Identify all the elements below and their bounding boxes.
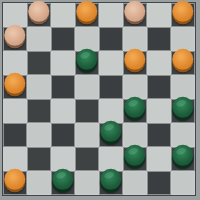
square-d7[interactable] <box>75 27 99 51</box>
square-d6[interactable] <box>75 51 99 75</box>
square-e6[interactable] <box>99 51 123 75</box>
green-checker-h4[interactable] <box>172 99 193 120</box>
square-g5[interactable] <box>147 75 171 99</box>
square-c1[interactable] <box>51 171 75 195</box>
square-c2[interactable] <box>51 147 75 171</box>
square-b5[interactable] <box>27 75 51 99</box>
square-d2[interactable] <box>75 147 99 171</box>
square-a8[interactable] <box>3 3 27 27</box>
square-a1[interactable] <box>3 171 27 195</box>
square-c4[interactable] <box>51 99 75 123</box>
square-g8[interactable] <box>147 3 171 27</box>
square-h3[interactable] <box>171 123 195 147</box>
square-f8[interactable] <box>123 3 147 27</box>
tan-checker-a7[interactable] <box>4 27 25 48</box>
orange-checker-f6[interactable] <box>124 51 145 72</box>
square-b6[interactable] <box>27 51 51 75</box>
square-g4[interactable] <box>147 99 171 123</box>
square-e3[interactable] <box>99 123 123 147</box>
square-f1[interactable] <box>123 171 147 195</box>
green-checker-f2[interactable] <box>124 147 145 168</box>
square-d3[interactable] <box>75 123 99 147</box>
square-b2[interactable] <box>27 147 51 171</box>
square-b1[interactable] <box>27 171 51 195</box>
square-g3[interactable] <box>147 123 171 147</box>
square-b3[interactable] <box>27 123 51 147</box>
square-f4[interactable] <box>123 99 147 123</box>
square-g1[interactable] <box>147 171 171 195</box>
square-b4[interactable] <box>27 99 51 123</box>
square-e1[interactable] <box>99 171 123 195</box>
square-f2[interactable] <box>123 147 147 171</box>
square-a6[interactable] <box>3 51 27 75</box>
tan-checker-b8[interactable] <box>28 3 49 24</box>
orange-checker-a1[interactable] <box>4 171 25 192</box>
square-f5[interactable] <box>123 75 147 99</box>
green-checker-e3[interactable] <box>100 123 121 144</box>
square-d5[interactable] <box>75 75 99 99</box>
orange-checker-h6[interactable] <box>172 51 193 72</box>
square-e5[interactable] <box>99 75 123 99</box>
orange-checker-a5[interactable] <box>4 75 25 96</box>
square-h5[interactable] <box>171 75 195 99</box>
square-d1[interactable] <box>75 171 99 195</box>
checkers-photo <box>0 0 200 200</box>
square-b8[interactable] <box>27 3 51 27</box>
square-e2[interactable] <box>99 147 123 171</box>
square-h7[interactable] <box>171 27 195 51</box>
square-c5[interactable] <box>51 75 75 99</box>
square-h1[interactable] <box>171 171 195 195</box>
green-checker-d6[interactable] <box>76 51 97 72</box>
square-b7[interactable] <box>27 27 51 51</box>
square-f6[interactable] <box>123 51 147 75</box>
square-e7[interactable] <box>99 27 123 51</box>
square-a7[interactable] <box>3 27 27 51</box>
green-checker-h2[interactable] <box>172 147 193 168</box>
tan-checker-f8[interactable] <box>124 3 145 24</box>
square-h2[interactable] <box>171 147 195 171</box>
square-a3[interactable] <box>3 123 27 147</box>
orange-checker-h8[interactable] <box>172 3 193 24</box>
green-checker-c1[interactable] <box>52 171 73 192</box>
green-checker-e1[interactable] <box>100 171 121 192</box>
square-c6[interactable] <box>51 51 75 75</box>
square-h4[interactable] <box>171 99 195 123</box>
square-c3[interactable] <box>51 123 75 147</box>
square-g7[interactable] <box>147 27 171 51</box>
checkers-board <box>2 2 196 196</box>
square-d4[interactable] <box>75 99 99 123</box>
orange-checker-d8[interactable] <box>76 3 97 24</box>
green-checker-f4[interactable] <box>124 99 145 120</box>
square-h8[interactable] <box>171 3 195 27</box>
square-g2[interactable] <box>147 147 171 171</box>
square-e4[interactable] <box>99 99 123 123</box>
square-d8[interactable] <box>75 3 99 27</box>
square-a5[interactable] <box>3 75 27 99</box>
square-c8[interactable] <box>51 3 75 27</box>
square-e8[interactable] <box>99 3 123 27</box>
square-a4[interactable] <box>3 99 27 123</box>
square-h6[interactable] <box>171 51 195 75</box>
square-f7[interactable] <box>123 27 147 51</box>
square-f3[interactable] <box>123 123 147 147</box>
square-c7[interactable] <box>51 27 75 51</box>
square-g6[interactable] <box>147 51 171 75</box>
board-frame <box>0 0 200 200</box>
square-a2[interactable] <box>3 147 27 171</box>
